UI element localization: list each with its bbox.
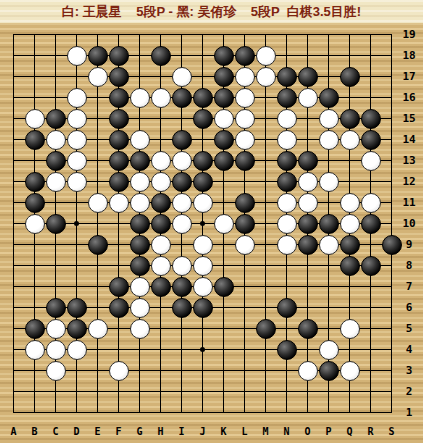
intersection-L8[interactable] [234, 255, 255, 276]
intersection-R4[interactable] [360, 339, 381, 360]
intersection-G14[interactable] [129, 129, 150, 150]
intersection-F15[interactable] [108, 108, 129, 129]
intersection-G1[interactable] [129, 402, 150, 423]
intersection-P10[interactable] [318, 213, 339, 234]
intersection-N4[interactable] [276, 339, 297, 360]
intersection-J4[interactable] [192, 339, 213, 360]
intersection-E1[interactable] [87, 402, 108, 423]
intersection-D14[interactable] [66, 129, 87, 150]
intersection-P9[interactable] [318, 234, 339, 255]
intersection-M9[interactable] [255, 234, 276, 255]
intersection-A14[interactable] [3, 129, 24, 150]
intersection-I13[interactable] [171, 150, 192, 171]
intersection-P12[interactable] [318, 171, 339, 192]
intersection-K8[interactable] [213, 255, 234, 276]
intersection-E12[interactable] [87, 171, 108, 192]
intersection-N3[interactable] [276, 360, 297, 381]
intersection-C6[interactable] [45, 297, 66, 318]
intersection-N12[interactable] [276, 171, 297, 192]
intersection-E2[interactable] [87, 381, 108, 402]
intersection-K2[interactable] [213, 381, 234, 402]
intersection-I6[interactable] [171, 297, 192, 318]
intersection-H5[interactable] [150, 318, 171, 339]
intersection-L19[interactable] [234, 24, 255, 45]
intersection-I16[interactable] [171, 87, 192, 108]
intersection-L5[interactable] [234, 318, 255, 339]
intersection-R2[interactable] [360, 381, 381, 402]
intersection-K3[interactable] [213, 360, 234, 381]
intersection-E10[interactable] [87, 213, 108, 234]
intersection-D10[interactable] [66, 213, 87, 234]
intersection-F7[interactable] [108, 276, 129, 297]
intersection-R16[interactable] [360, 87, 381, 108]
intersection-M7[interactable] [255, 276, 276, 297]
intersection-R1[interactable] [360, 402, 381, 423]
intersection-B6[interactable] [24, 297, 45, 318]
intersection-D6[interactable] [66, 297, 87, 318]
intersection-F17[interactable] [108, 66, 129, 87]
intersection-O1[interactable] [297, 402, 318, 423]
intersection-N18[interactable] [276, 45, 297, 66]
intersection-N9[interactable] [276, 234, 297, 255]
intersection-F13[interactable] [108, 150, 129, 171]
intersection-H10[interactable] [150, 213, 171, 234]
intersection-I1[interactable] [171, 402, 192, 423]
intersection-R8[interactable] [360, 255, 381, 276]
intersection-O5[interactable] [297, 318, 318, 339]
intersection-J18[interactable] [192, 45, 213, 66]
intersection-P7[interactable] [318, 276, 339, 297]
intersection-Q9[interactable] [339, 234, 360, 255]
intersection-B14[interactable] [24, 129, 45, 150]
intersection-B2[interactable] [24, 381, 45, 402]
intersection-F2[interactable] [108, 381, 129, 402]
intersection-K17[interactable] [213, 66, 234, 87]
intersection-L12[interactable] [234, 171, 255, 192]
intersection-G5[interactable] [129, 318, 150, 339]
intersection-C15[interactable] [45, 108, 66, 129]
intersection-J6[interactable] [192, 297, 213, 318]
intersection-Q5[interactable] [339, 318, 360, 339]
intersection-G15[interactable] [129, 108, 150, 129]
intersection-M10[interactable] [255, 213, 276, 234]
intersection-K7[interactable] [213, 276, 234, 297]
intersection-J14[interactable] [192, 129, 213, 150]
intersection-N5[interactable] [276, 318, 297, 339]
intersection-C1[interactable] [45, 402, 66, 423]
intersection-E16[interactable] [87, 87, 108, 108]
intersection-E14[interactable] [87, 129, 108, 150]
intersection-Q13[interactable] [339, 150, 360, 171]
intersection-B17[interactable] [24, 66, 45, 87]
intersection-I12[interactable] [171, 171, 192, 192]
intersection-Q17[interactable] [339, 66, 360, 87]
intersection-B3[interactable] [24, 360, 45, 381]
intersection-J13[interactable] [192, 150, 213, 171]
intersection-R13[interactable] [360, 150, 381, 171]
intersection-F14[interactable] [108, 129, 129, 150]
intersection-H1[interactable] [150, 402, 171, 423]
intersection-P11[interactable] [318, 192, 339, 213]
intersection-A12[interactable] [3, 171, 24, 192]
intersection-G9[interactable] [129, 234, 150, 255]
intersection-P8[interactable] [318, 255, 339, 276]
intersection-K18[interactable] [213, 45, 234, 66]
intersection-R6[interactable] [360, 297, 381, 318]
intersection-M18[interactable] [255, 45, 276, 66]
intersection-F5[interactable] [108, 318, 129, 339]
intersection-B8[interactable] [24, 255, 45, 276]
intersection-I11[interactable] [171, 192, 192, 213]
intersection-L18[interactable] [234, 45, 255, 66]
intersection-H12[interactable] [150, 171, 171, 192]
intersection-F8[interactable] [108, 255, 129, 276]
intersection-M17[interactable] [255, 66, 276, 87]
intersection-R5[interactable] [360, 318, 381, 339]
intersection-O2[interactable] [297, 381, 318, 402]
intersection-F9[interactable] [108, 234, 129, 255]
intersection-F16[interactable] [108, 87, 129, 108]
intersection-J2[interactable] [192, 381, 213, 402]
intersection-D9[interactable] [66, 234, 87, 255]
intersection-A17[interactable] [3, 66, 24, 87]
intersection-R11[interactable] [360, 192, 381, 213]
intersection-N17[interactable] [276, 66, 297, 87]
intersection-B4[interactable] [24, 339, 45, 360]
intersection-H11[interactable] [150, 192, 171, 213]
intersection-R15[interactable] [360, 108, 381, 129]
intersection-A1[interactable] [3, 402, 24, 423]
intersection-L9[interactable] [234, 234, 255, 255]
intersection-J10[interactable] [192, 213, 213, 234]
intersection-B19[interactable] [24, 24, 45, 45]
intersection-M14[interactable] [255, 129, 276, 150]
intersection-C17[interactable] [45, 66, 66, 87]
intersection-D16[interactable] [66, 87, 87, 108]
intersection-H14[interactable] [150, 129, 171, 150]
intersection-B11[interactable] [24, 192, 45, 213]
intersection-P6[interactable] [318, 297, 339, 318]
intersection-G7[interactable] [129, 276, 150, 297]
intersection-R12[interactable] [360, 171, 381, 192]
intersection-C3[interactable] [45, 360, 66, 381]
intersection-B18[interactable] [24, 45, 45, 66]
intersection-O7[interactable] [297, 276, 318, 297]
intersection-G19[interactable] [129, 24, 150, 45]
intersection-L15[interactable] [234, 108, 255, 129]
intersection-D17[interactable] [66, 66, 87, 87]
intersection-Q11[interactable] [339, 192, 360, 213]
intersection-L16[interactable] [234, 87, 255, 108]
intersection-L2[interactable] [234, 381, 255, 402]
intersection-G18[interactable] [129, 45, 150, 66]
intersection-R7[interactable] [360, 276, 381, 297]
intersection-R19[interactable] [360, 24, 381, 45]
intersection-F6[interactable] [108, 297, 129, 318]
intersection-D12[interactable] [66, 171, 87, 192]
intersection-N2[interactable] [276, 381, 297, 402]
intersection-D13[interactable] [66, 150, 87, 171]
intersection-D18[interactable] [66, 45, 87, 66]
intersection-F1[interactable] [108, 402, 129, 423]
intersection-D2[interactable] [66, 381, 87, 402]
intersection-P14[interactable] [318, 129, 339, 150]
intersection-E13[interactable] [87, 150, 108, 171]
intersection-E7[interactable] [87, 276, 108, 297]
intersection-I4[interactable] [171, 339, 192, 360]
intersection-D11[interactable] [66, 192, 87, 213]
intersection-B9[interactable] [24, 234, 45, 255]
intersection-N6[interactable] [276, 297, 297, 318]
intersection-A15[interactable] [3, 108, 24, 129]
intersection-E4[interactable] [87, 339, 108, 360]
intersection-A3[interactable] [3, 360, 24, 381]
intersection-F12[interactable] [108, 171, 129, 192]
intersection-Q2[interactable] [339, 381, 360, 402]
intersection-D8[interactable] [66, 255, 87, 276]
intersection-A9[interactable] [3, 234, 24, 255]
intersection-M16[interactable] [255, 87, 276, 108]
intersection-I17[interactable] [171, 66, 192, 87]
intersection-F4[interactable] [108, 339, 129, 360]
intersection-D3[interactable] [66, 360, 87, 381]
intersection-H8[interactable] [150, 255, 171, 276]
intersection-P17[interactable] [318, 66, 339, 87]
intersection-E5[interactable] [87, 318, 108, 339]
intersection-O19[interactable] [297, 24, 318, 45]
intersection-I19[interactable] [171, 24, 192, 45]
intersection-C19[interactable] [45, 24, 66, 45]
intersection-J9[interactable] [192, 234, 213, 255]
intersection-I18[interactable] [171, 45, 192, 66]
intersection-C12[interactable] [45, 171, 66, 192]
intersection-R10[interactable] [360, 213, 381, 234]
intersection-O13[interactable] [297, 150, 318, 171]
intersection-P4[interactable] [318, 339, 339, 360]
intersection-A19[interactable] [3, 24, 24, 45]
intersection-R18[interactable] [360, 45, 381, 66]
intersection-N19[interactable] [276, 24, 297, 45]
intersection-H15[interactable] [150, 108, 171, 129]
intersection-B10[interactable] [24, 213, 45, 234]
intersection-C7[interactable] [45, 276, 66, 297]
intersection-Q8[interactable] [339, 255, 360, 276]
intersection-H18[interactable] [150, 45, 171, 66]
intersection-K5[interactable] [213, 318, 234, 339]
intersection-P1[interactable] [318, 402, 339, 423]
intersection-B5[interactable] [24, 318, 45, 339]
intersection-M6[interactable] [255, 297, 276, 318]
intersection-M15[interactable] [255, 108, 276, 129]
intersection-J12[interactable] [192, 171, 213, 192]
intersection-P19[interactable] [318, 24, 339, 45]
intersection-L17[interactable] [234, 66, 255, 87]
intersection-A5[interactable] [3, 318, 24, 339]
intersection-I14[interactable] [171, 129, 192, 150]
intersection-E11[interactable] [87, 192, 108, 213]
intersection-B1[interactable] [24, 402, 45, 423]
intersection-H9[interactable] [150, 234, 171, 255]
intersection-P16[interactable] [318, 87, 339, 108]
intersection-A6[interactable] [3, 297, 24, 318]
intersection-R17[interactable] [360, 66, 381, 87]
intersection-J8[interactable] [192, 255, 213, 276]
intersection-N11[interactable] [276, 192, 297, 213]
intersection-O4[interactable] [297, 339, 318, 360]
intersection-J1[interactable] [192, 402, 213, 423]
intersection-M3[interactable] [255, 360, 276, 381]
intersection-C5[interactable] [45, 318, 66, 339]
intersection-C10[interactable] [45, 213, 66, 234]
intersection-Q19[interactable] [339, 24, 360, 45]
intersection-J16[interactable] [192, 87, 213, 108]
intersection-M5[interactable] [255, 318, 276, 339]
intersection-I7[interactable] [171, 276, 192, 297]
intersection-K6[interactable] [213, 297, 234, 318]
intersection-L3[interactable] [234, 360, 255, 381]
intersection-O11[interactable] [297, 192, 318, 213]
intersection-D4[interactable] [66, 339, 87, 360]
intersection-J17[interactable] [192, 66, 213, 87]
intersection-K13[interactable] [213, 150, 234, 171]
intersection-H2[interactable] [150, 381, 171, 402]
intersection-S9[interactable] [381, 234, 402, 255]
intersection-Q4[interactable] [339, 339, 360, 360]
intersection-M4[interactable] [255, 339, 276, 360]
intersection-K14[interactable] [213, 129, 234, 150]
intersection-C8[interactable] [45, 255, 66, 276]
intersection-M1[interactable] [255, 402, 276, 423]
intersection-A18[interactable] [3, 45, 24, 66]
intersection-A13[interactable] [3, 150, 24, 171]
intersection-Q12[interactable] [339, 171, 360, 192]
intersection-H4[interactable] [150, 339, 171, 360]
intersection-G3[interactable] [129, 360, 150, 381]
intersection-F10[interactable] [108, 213, 129, 234]
intersection-H7[interactable] [150, 276, 171, 297]
intersection-B16[interactable] [24, 87, 45, 108]
intersection-O18[interactable] [297, 45, 318, 66]
intersection-J11[interactable] [192, 192, 213, 213]
intersection-Q14[interactable] [339, 129, 360, 150]
intersection-D5[interactable] [66, 318, 87, 339]
intersection-E15[interactable] [87, 108, 108, 129]
intersection-O6[interactable] [297, 297, 318, 318]
intersection-O9[interactable] [297, 234, 318, 255]
intersection-K1[interactable] [213, 402, 234, 423]
intersection-D15[interactable] [66, 108, 87, 129]
intersection-N16[interactable] [276, 87, 297, 108]
intersection-O15[interactable] [297, 108, 318, 129]
intersection-C9[interactable] [45, 234, 66, 255]
intersection-P15[interactable] [318, 108, 339, 129]
intersection-E6[interactable] [87, 297, 108, 318]
intersection-I5[interactable] [171, 318, 192, 339]
intersection-J5[interactable] [192, 318, 213, 339]
intersection-L13[interactable] [234, 150, 255, 171]
intersection-K11[interactable] [213, 192, 234, 213]
intersection-E19[interactable] [87, 24, 108, 45]
intersection-P13[interactable] [318, 150, 339, 171]
intersection-R9[interactable] [360, 234, 381, 255]
intersection-M13[interactable] [255, 150, 276, 171]
intersection-Q6[interactable] [339, 297, 360, 318]
intersection-A10[interactable] [3, 213, 24, 234]
intersection-O10[interactable] [297, 213, 318, 234]
intersection-L4[interactable] [234, 339, 255, 360]
intersection-K10[interactable] [213, 213, 234, 234]
intersection-H16[interactable] [150, 87, 171, 108]
intersection-M19[interactable] [255, 24, 276, 45]
intersection-G4[interactable] [129, 339, 150, 360]
intersection-H3[interactable] [150, 360, 171, 381]
intersection-P5[interactable] [318, 318, 339, 339]
intersection-P2[interactable] [318, 381, 339, 402]
intersection-C11[interactable] [45, 192, 66, 213]
intersection-O8[interactable] [297, 255, 318, 276]
intersection-I8[interactable] [171, 255, 192, 276]
intersection-M11[interactable] [255, 192, 276, 213]
intersection-N1[interactable] [276, 402, 297, 423]
intersection-A7[interactable] [3, 276, 24, 297]
intersection-G17[interactable] [129, 66, 150, 87]
intersection-Q1[interactable] [339, 402, 360, 423]
intersection-G8[interactable] [129, 255, 150, 276]
intersection-L11[interactable] [234, 192, 255, 213]
intersection-G2[interactable] [129, 381, 150, 402]
intersection-J15[interactable] [192, 108, 213, 129]
intersection-Q16[interactable] [339, 87, 360, 108]
intersection-H6[interactable] [150, 297, 171, 318]
intersection-H19[interactable] [150, 24, 171, 45]
intersection-A11[interactable] [3, 192, 24, 213]
intersection-C18[interactable] [45, 45, 66, 66]
intersection-D7[interactable] [66, 276, 87, 297]
intersection-G13[interactable] [129, 150, 150, 171]
intersection-C4[interactable] [45, 339, 66, 360]
intersection-Q10[interactable] [339, 213, 360, 234]
intersection-M12[interactable] [255, 171, 276, 192]
intersection-L7[interactable] [234, 276, 255, 297]
intersection-R3[interactable] [360, 360, 381, 381]
intersection-B15[interactable] [24, 108, 45, 129]
intersection-E9[interactable] [87, 234, 108, 255]
intersection-N14[interactable] [276, 129, 297, 150]
intersection-G12[interactable] [129, 171, 150, 192]
intersection-F18[interactable] [108, 45, 129, 66]
intersection-C2[interactable] [45, 381, 66, 402]
intersection-E8[interactable] [87, 255, 108, 276]
intersection-O16[interactable] [297, 87, 318, 108]
intersection-K19[interactable] [213, 24, 234, 45]
intersection-O17[interactable] [297, 66, 318, 87]
intersection-O3[interactable] [297, 360, 318, 381]
intersection-A2[interactable] [3, 381, 24, 402]
intersection-L10[interactable] [234, 213, 255, 234]
intersection-E17[interactable] [87, 66, 108, 87]
intersection-I2[interactable] [171, 381, 192, 402]
intersection-G11[interactable] [129, 192, 150, 213]
intersection-Q3[interactable] [339, 360, 360, 381]
intersection-C16[interactable] [45, 87, 66, 108]
intersection-G6[interactable] [129, 297, 150, 318]
intersection-I10[interactable] [171, 213, 192, 234]
intersection-F19[interactable] [108, 24, 129, 45]
intersection-A8[interactable] [3, 255, 24, 276]
intersection-B13[interactable] [24, 150, 45, 171]
intersection-N10[interactable] [276, 213, 297, 234]
intersection-G10[interactable] [129, 213, 150, 234]
